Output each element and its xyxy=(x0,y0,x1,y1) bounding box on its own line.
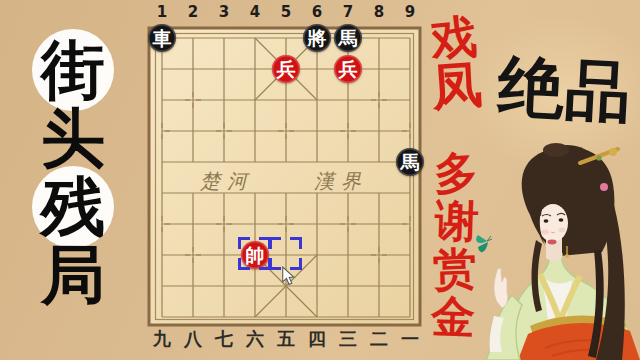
title-char: 局 xyxy=(13,243,133,307)
file-label-top: 6 xyxy=(306,3,328,21)
cursor-icon xyxy=(281,266,295,286)
piece-black-chariot[interactable]: 車 xyxy=(148,24,176,52)
caption-red-char: 凤 xyxy=(427,59,486,113)
title-char: 街 xyxy=(13,38,133,102)
file-label-bottom: 三 xyxy=(335,327,361,351)
file-label-top: 4 xyxy=(244,3,266,21)
caption-black-title: 绝品 xyxy=(484,52,640,126)
caption-red-char: 谢 xyxy=(433,198,481,244)
thumbnail-scene: 1 2 3 4 5 6 7 8 9 九 八 七 六 五 四 三 二 一 楚河 漢… xyxy=(0,0,640,360)
file-label-bottom: 二 xyxy=(366,327,392,351)
file-label-top: 5 xyxy=(275,3,297,21)
piece-black-general[interactable]: 將 xyxy=(303,24,331,52)
file-label-top: 9 xyxy=(399,3,421,21)
caption-red-char: 多 xyxy=(432,150,480,196)
file-label-bottom: 七 xyxy=(211,327,237,351)
river-label-left: 楚河 xyxy=(187,168,267,195)
title-char: 头 xyxy=(13,106,133,170)
file-label-top: 7 xyxy=(337,3,359,21)
piece-red-soldier[interactable]: 兵 xyxy=(272,55,300,83)
file-label-bottom: 五 xyxy=(273,327,299,351)
file-label-bottom: 八 xyxy=(180,327,206,351)
piece-black-horse[interactable]: 馬 xyxy=(396,148,424,176)
file-label-bottom: 九 xyxy=(149,327,175,351)
caption-red-char: 金 xyxy=(429,294,477,340)
file-label-top: 1 xyxy=(151,3,173,21)
piece-red-soldier[interactable]: 兵 xyxy=(334,55,362,83)
file-label-top: 8 xyxy=(368,3,390,21)
file-label-bottom: 六 xyxy=(242,327,268,351)
caption-red-char: 赏 xyxy=(431,246,479,292)
selection-bracket-selected xyxy=(238,237,271,270)
file-label-bottom: 一 xyxy=(397,327,423,351)
file-label-top: 2 xyxy=(182,3,204,21)
file-label-top: 3 xyxy=(213,3,235,21)
river-label-right: 漢界 xyxy=(301,168,381,195)
title-char: 残 xyxy=(13,175,133,239)
piece-black-horse[interactable]: 馬 xyxy=(334,24,362,52)
file-label-bottom: 四 xyxy=(304,327,330,351)
